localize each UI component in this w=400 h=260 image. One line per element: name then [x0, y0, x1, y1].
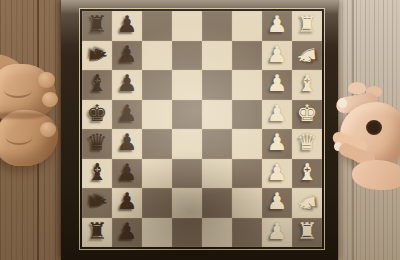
square-d2[interactable]: ♟	[262, 129, 292, 159]
square-f7[interactable]: ♟	[112, 70, 142, 100]
piece-black-rook-icon: ♜	[87, 13, 108, 36]
square-e5[interactable]	[172, 100, 202, 130]
square-h3[interactable]	[232, 11, 262, 41]
left-hand-crease	[4, 82, 32, 98]
square-e6[interactable]	[142, 100, 172, 130]
chess-board-frame: ♜♟♟♜♞♟♟♞♝♟♟♝♚♟♟♚♛♟♟♛♝♟♟♝♞♟♟♞♜♟♟♜	[61, 0, 338, 260]
square-e3[interactable]	[232, 100, 262, 130]
square-h1[interactable]: ♜	[292, 11, 322, 41]
square-d8[interactable]: ♛	[82, 129, 112, 159]
square-g1[interactable]: ♞	[292, 41, 322, 71]
square-f4[interactable]	[202, 70, 232, 100]
left-player-hands	[0, 56, 66, 174]
square-h8[interactable]: ♜	[82, 11, 112, 41]
left-knuckle	[40, 122, 56, 137]
piece-white-bishop-icon: ♝	[297, 161, 318, 184]
piece-white-pawn-icon: ♟	[267, 161, 288, 184]
square-h7[interactable]: ♟	[112, 11, 142, 41]
piece-black-pawn-icon: ♟	[117, 131, 138, 154]
square-c1[interactable]: ♝	[292, 159, 322, 189]
piece-white-pawn-icon: ♟	[267, 220, 288, 243]
square-e7[interactable]: ♟	[112, 100, 142, 130]
square-f2[interactable]: ♟	[262, 70, 292, 100]
piece-white-pawn-icon: ♟	[267, 131, 288, 154]
square-h4[interactable]	[202, 11, 232, 41]
photo-scene: ♜♟♟♜♞♟♟♞♝♟♟♝♚♟♟♚♛♟♟♛♝♟♟♝♞♟♟♞♜♟♟♜	[0, 0, 400, 260]
square-g4[interactable]	[202, 41, 232, 71]
piece-black-pawn-icon: ♟	[117, 220, 138, 243]
chess-board: ♜♟♟♜♞♟♟♞♝♟♟♝♚♟♟♚♛♟♟♛♝♟♟♝♞♟♟♞♜♟♟♜	[82, 11, 322, 247]
piece-white-rook-icon: ♜	[297, 220, 318, 243]
square-c6[interactable]	[142, 159, 172, 189]
piece-black-rook-icon: ♜	[87, 220, 108, 243]
square-c7[interactable]: ♟	[112, 159, 142, 189]
square-d6[interactable]	[142, 129, 172, 159]
piece-white-pawn-icon: ♟	[267, 190, 288, 213]
square-c4[interactable]	[202, 159, 232, 189]
square-h2[interactable]: ♟	[262, 11, 292, 41]
square-a5[interactable]	[172, 218, 202, 248]
right-wrist	[352, 160, 400, 190]
piece-white-pawn-icon: ♟	[267, 13, 288, 36]
piece-black-pawn-icon: ♟	[117, 161, 138, 184]
square-a4[interactable]	[202, 218, 232, 248]
square-e4[interactable]	[202, 100, 232, 130]
square-c8[interactable]: ♝	[82, 159, 112, 189]
piece-black-pawn-icon: ♟	[117, 13, 138, 36]
square-g6[interactable]	[142, 41, 172, 71]
piece-black-pawn-icon: ♟	[117, 72, 138, 95]
square-d3[interactable]	[232, 129, 262, 159]
square-b4[interactable]	[202, 188, 232, 218]
square-g5[interactable]	[172, 41, 202, 71]
square-a3[interactable]	[232, 218, 262, 248]
square-g3[interactable]	[232, 41, 262, 71]
square-a7[interactable]: ♟	[112, 218, 142, 248]
piece-black-knight-icon: ♞	[84, 44, 109, 67]
piece-black-pawn-icon: ♟	[117, 190, 138, 213]
piece-black-pawn-icon: ♟	[117, 43, 138, 66]
square-d7[interactable]: ♟	[112, 129, 142, 159]
square-d4[interactable]	[202, 129, 232, 159]
square-b8[interactable]: ♞	[82, 188, 112, 218]
square-f3[interactable]	[232, 70, 262, 100]
square-g7[interactable]: ♟	[112, 41, 142, 71]
right-player-hands	[334, 82, 400, 190]
board-inlay-border: ♜♟♟♜♞♟♟♞♝♟♟♝♚♟♟♚♛♟♟♛♝♟♟♝♞♟♟♞♜♟♟♜	[79, 8, 325, 250]
right-fingertip	[348, 82, 366, 94]
piece-black-pawn-icon: ♟	[117, 102, 138, 125]
square-a2[interactable]: ♟	[262, 218, 292, 248]
square-g8[interactable]: ♞	[82, 41, 112, 71]
piece-black-bishop-icon: ♝	[87, 161, 108, 184]
square-f1[interactable]: ♝	[292, 70, 322, 100]
square-b3[interactable]	[232, 188, 262, 218]
square-b1[interactable]: ♞	[292, 188, 322, 218]
square-c2[interactable]: ♟	[262, 159, 292, 189]
piece-black-king-icon: ♚	[87, 102, 108, 125]
piece-white-knight-icon: ♞	[294, 44, 319, 67]
square-e8[interactable]: ♚	[82, 100, 112, 130]
square-d5[interactable]	[172, 129, 202, 159]
square-f6[interactable]	[142, 70, 172, 100]
piece-white-bishop-icon: ♝	[297, 72, 318, 95]
square-g2[interactable]: ♟	[262, 41, 292, 71]
square-e2[interactable]: ♟	[262, 100, 292, 130]
square-e1[interactable]: ♚	[292, 100, 322, 130]
piece-white-rook-icon: ♜	[297, 13, 318, 36]
left-hand-crease	[6, 130, 32, 145]
square-d1[interactable]: ♛	[292, 129, 322, 159]
piece-black-bishop-icon: ♝	[87, 72, 108, 95]
square-f8[interactable]: ♝	[82, 70, 112, 100]
piece-white-pawn-icon: ♟	[267, 72, 288, 95]
left-knuckle	[38, 72, 55, 88]
left-knuckle	[42, 92, 58, 107]
piece-black-knight-icon: ♞	[84, 191, 109, 214]
square-h6[interactable]	[142, 11, 172, 41]
piece-white-pawn-icon: ♟	[267, 43, 288, 66]
square-h5[interactable]	[172, 11, 202, 41]
piece-white-pawn-icon: ♟	[267, 102, 288, 125]
square-c5[interactable]	[172, 159, 202, 189]
piece-white-knight-icon: ♞	[294, 191, 319, 214]
square-b2[interactable]: ♟	[262, 188, 292, 218]
square-b6[interactable]	[142, 188, 172, 218]
square-a8[interactable]: ♜	[82, 218, 112, 248]
piece-black-queen-icon: ♛	[87, 131, 108, 154]
square-b7[interactable]: ♟	[112, 188, 142, 218]
square-a1[interactable]: ♜	[292, 218, 322, 248]
right-hands-shadow-gap	[366, 120, 382, 135]
piece-white-queen-icon: ♛	[297, 131, 318, 154]
piece-white-king-icon: ♚	[297, 102, 318, 125]
square-b5[interactable]	[172, 188, 202, 218]
square-f5[interactable]	[172, 70, 202, 100]
square-c3[interactable]	[232, 159, 262, 189]
square-a6[interactable]	[142, 218, 172, 248]
